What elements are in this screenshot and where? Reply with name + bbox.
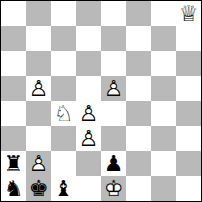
square-d1[interactable] (76, 176, 101, 201)
square-a6[interactable] (1, 51, 26, 76)
piece-black-rook: ♜ (1, 151, 26, 176)
square-f6[interactable] (126, 51, 151, 76)
square-c8[interactable] (51, 1, 76, 26)
square-b8[interactable] (26, 1, 51, 26)
square-b1[interactable]: ♚ (26, 176, 51, 201)
square-d8[interactable] (76, 1, 101, 26)
piece-white-pawn: ♟♙ (101, 76, 126, 101)
square-f3[interactable] (126, 126, 151, 151)
piece-white-knight: ♞♘ (51, 101, 76, 126)
square-a4[interactable] (1, 101, 26, 126)
square-b2[interactable]: ♟♙ (26, 151, 51, 176)
square-a3[interactable] (1, 126, 26, 151)
square-c1[interactable]: ♝ (51, 176, 76, 201)
square-h2[interactable] (176, 151, 201, 176)
square-e7[interactable] (101, 26, 126, 51)
square-d4[interactable]: ♟♙ (76, 101, 101, 126)
square-c7[interactable] (51, 26, 76, 51)
square-d6[interactable] (76, 51, 101, 76)
square-f2[interactable] (126, 151, 151, 176)
square-e3[interactable] (101, 126, 126, 151)
square-d3[interactable]: ♟♙ (76, 126, 101, 151)
square-h3[interactable] (176, 126, 201, 151)
piece-white-pawn: ♟♙ (26, 76, 51, 101)
piece-white-pawn: ♟♙ (76, 126, 101, 151)
square-a7[interactable] (1, 26, 26, 51)
square-g1[interactable] (151, 176, 176, 201)
piece-white-pawn: ♟♙ (26, 151, 51, 176)
square-b6[interactable] (26, 51, 51, 76)
square-d7[interactable] (76, 26, 101, 51)
square-f1[interactable] (126, 176, 151, 201)
square-g6[interactable] (151, 51, 176, 76)
square-g2[interactable] (151, 151, 176, 176)
square-h6[interactable] (176, 51, 201, 76)
square-e1[interactable]: ♚♔ (101, 176, 126, 201)
square-e8[interactable] (101, 1, 126, 26)
square-b4[interactable] (26, 101, 51, 126)
square-b5[interactable]: ♟♙ (26, 76, 51, 101)
square-g7[interactable] (151, 26, 176, 51)
square-f7[interactable] (126, 26, 151, 51)
square-f4[interactable] (126, 101, 151, 126)
chess-board: ♛♕♟♙♟♙♞♘♟♙♟♙♜♟♙♟♞♚♝♚♔ (0, 0, 202, 202)
square-a5[interactable] (1, 76, 26, 101)
board-grid: ♛♕♟♙♟♙♞♘♟♙♟♙♜♟♙♟♞♚♝♚♔ (1, 1, 201, 201)
piece-white-pawn: ♟♙ (76, 101, 101, 126)
square-d2[interactable] (76, 151, 101, 176)
square-e4[interactable] (101, 101, 126, 126)
square-f5[interactable] (126, 76, 151, 101)
square-d5[interactable] (76, 76, 101, 101)
square-h8[interactable]: ♛♕ (176, 1, 201, 26)
square-c5[interactable] (51, 76, 76, 101)
square-e5[interactable]: ♟♙ (101, 76, 126, 101)
square-f8[interactable] (126, 1, 151, 26)
square-e6[interactable] (101, 51, 126, 76)
square-h7[interactable] (176, 26, 201, 51)
piece-black-pawn: ♟ (101, 151, 126, 176)
square-c4[interactable]: ♞♘ (51, 101, 76, 126)
square-b3[interactable] (26, 126, 51, 151)
piece-white-queen: ♛♕ (176, 1, 201, 26)
square-e2[interactable]: ♟ (101, 151, 126, 176)
square-h4[interactable] (176, 101, 201, 126)
square-g8[interactable] (151, 1, 176, 26)
square-g5[interactable] (151, 76, 176, 101)
square-b7[interactable] (26, 26, 51, 51)
square-c6[interactable] (51, 51, 76, 76)
square-h1[interactable] (176, 176, 201, 201)
square-a8[interactable] (1, 1, 26, 26)
piece-black-king: ♚ (26, 176, 51, 201)
square-g3[interactable] (151, 126, 176, 151)
piece-white-king: ♚♔ (101, 176, 126, 201)
piece-black-bishop: ♝ (51, 176, 76, 201)
square-c2[interactable] (51, 151, 76, 176)
square-a1[interactable]: ♞ (1, 176, 26, 201)
square-a2[interactable]: ♜ (1, 151, 26, 176)
square-h5[interactable] (176, 76, 201, 101)
piece-black-knight: ♞ (1, 176, 26, 201)
square-c3[interactable] (51, 126, 76, 151)
square-g4[interactable] (151, 101, 176, 126)
